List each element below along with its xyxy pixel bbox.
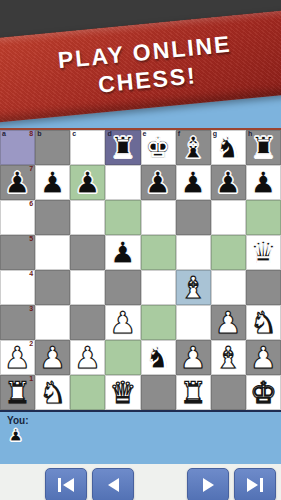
square-e3[interactable] [141, 305, 176, 340]
file-label-e: e [143, 130, 147, 138]
piece-black-pawn: ♟ [4, 166, 31, 200]
you-label: You: [7, 414, 281, 427]
piece-white-knight: ♞ [250, 306, 277, 340]
square-b1[interactable]: ♞ [35, 375, 70, 410]
rank-label-4: 4 [29, 270, 33, 278]
file-label-f: f [178, 130, 180, 138]
square-c3[interactable] [70, 305, 105, 340]
square-h2[interactable]: ♟ [246, 340, 281, 375]
piece-white-queen: ♛ [109, 376, 136, 410]
square-d7[interactable] [105, 165, 140, 200]
square-g4[interactable] [211, 270, 246, 305]
square-a4[interactable]: 4 [0, 270, 35, 305]
piece-white-king: ♚ [250, 376, 277, 410]
square-d3[interactable]: ♟ [105, 305, 140, 340]
square-f7[interactable]: ♟ [176, 165, 211, 200]
piece-white-pawn: ♟ [109, 306, 136, 340]
go-to-end-button[interactable] [234, 468, 276, 500]
square-d2[interactable] [105, 340, 140, 375]
nav-group-left [45, 468, 134, 500]
piece-black-knight: ♞ [145, 341, 172, 375]
square-b4[interactable] [35, 270, 70, 305]
file-label-c: c [72, 130, 76, 138]
square-b2[interactable]: ♟ [35, 340, 70, 375]
square-a2[interactable]: 2♟ [0, 340, 35, 375]
square-f8[interactable]: f♝ [176, 130, 211, 165]
piece-black-king: ♚ [145, 131, 172, 165]
navigation-controls [0, 464, 281, 500]
square-g1[interactable] [211, 375, 246, 410]
file-label-b: b [37, 130, 41, 138]
skip-to-start-icon [63, 478, 74, 492]
square-e7[interactable]: ♟ [141, 165, 176, 200]
square-d5[interactable]: ♟ [105, 235, 140, 270]
piece-black-knight: ♞ [215, 131, 242, 165]
skip-to-end-icon [260, 478, 263, 492]
file-label-a: a [2, 130, 6, 138]
square-e6[interactable] [141, 200, 176, 235]
piece-black-pawn: ♟ [250, 166, 277, 200]
square-g2[interactable]: ♝ [211, 340, 246, 375]
square-a3[interactable]: 3 [0, 305, 35, 340]
square-a1[interactable]: 1♜ [0, 375, 35, 410]
piece-white-knight: ♞ [39, 376, 66, 410]
step-back-button[interactable] [92, 468, 134, 500]
piece-white-bishop: ♝ [180, 271, 207, 305]
square-a5[interactable]: 5 [0, 235, 35, 270]
square-e5[interactable] [141, 235, 176, 270]
piece-white-pawn: ♟ [215, 306, 242, 340]
rank-label-7: 7 [29, 165, 33, 173]
square-c6[interactable] [70, 200, 105, 235]
square-d4[interactable] [105, 270, 140, 305]
square-h3[interactable]: ♞ [246, 305, 281, 340]
square-c4[interactable] [70, 270, 105, 305]
square-h7[interactable]: ♟ [246, 165, 281, 200]
square-e4[interactable] [141, 270, 176, 305]
square-g6[interactable] [211, 200, 246, 235]
square-c1[interactable] [70, 375, 105, 410]
square-d6[interactable] [105, 200, 140, 235]
piece-black-pawn: ♟ [109, 236, 136, 270]
square-a7[interactable]: 7♟ [0, 165, 35, 200]
piece-black-queen: ♛ [250, 236, 277, 270]
square-e1[interactable] [141, 375, 176, 410]
rank-label-1: 1 [29, 375, 33, 383]
piece-black-rook: ♜ [109, 131, 136, 165]
square-b6[interactable] [35, 200, 70, 235]
square-c8[interactable]: c [70, 130, 105, 165]
square-f4[interactable]: ♝ [176, 270, 211, 305]
square-a6[interactable]: 6 [0, 200, 35, 235]
square-d1[interactable]: ♛ [105, 375, 140, 410]
piece-white-pawn: ♟ [74, 341, 101, 375]
square-h6[interactable] [246, 200, 281, 235]
piece-white-pawn: ♟ [250, 341, 277, 375]
step-forward-button[interactable] [187, 468, 229, 500]
square-g5[interactable] [211, 235, 246, 270]
square-e8[interactable]: e♚ [141, 130, 176, 165]
square-b5[interactable] [35, 235, 70, 270]
piece-white-pawn: ♟ [180, 341, 207, 375]
piece-white-rook: ♜ [4, 376, 31, 410]
piece-black-pawn: ♟ [39, 166, 66, 200]
file-label-g: g [213, 130, 217, 138]
rank-label-5: 5 [29, 235, 33, 243]
chess-app-screen: PLAY ONLINE CHESS! a8bcd♜e♚f♝g♞h♜7♟♟♟♟♟♟… [0, 0, 281, 500]
go-to-start-button[interactable] [45, 468, 87, 500]
back-icon [108, 478, 119, 492]
square-c7[interactable]: ♟ [70, 165, 105, 200]
header: PLAY ONLINE CHESS! [0, 0, 281, 128]
square-d8[interactable]: d♜ [105, 130, 140, 165]
piece-black-pawn: ♟ [74, 166, 101, 200]
rank-label-3: 3 [29, 305, 33, 313]
piece-white-pawn: ♟ [39, 341, 66, 375]
chess-board: a8bcd♜e♚f♝g♞h♜7♟♟♟♟♟♟♟65♟♛4♝3♟♟♞2♟♟♟♞♟♝♟… [0, 128, 281, 412]
square-g7[interactable]: ♟ [211, 165, 246, 200]
square-f5[interactable] [176, 235, 211, 270]
square-f3[interactable] [176, 305, 211, 340]
skip-to-start-icon [58, 478, 61, 492]
piece-white-rook: ♜ [180, 376, 207, 410]
skip-to-end-icon [247, 478, 258, 492]
nav-group-right [187, 468, 276, 500]
square-b7[interactable]: ♟ [35, 165, 70, 200]
piece-black-pawn: ♟ [180, 166, 207, 200]
square-f6[interactable] [176, 200, 211, 235]
piece-black-bishop: ♝ [180, 131, 207, 165]
piece-black-pawn: ♟ [215, 166, 242, 200]
square-f2[interactable]: ♟ [176, 340, 211, 375]
square-f1[interactable]: ♜ [176, 375, 211, 410]
file-label-d: d [107, 130, 111, 138]
square-e2[interactable]: ♞ [141, 340, 176, 375]
rank-label-6: 6 [29, 200, 33, 208]
rank-label-8: 8 [29, 130, 33, 138]
square-a8[interactable]: a8 [0, 130, 35, 165]
square-g8[interactable]: g♞ [211, 130, 246, 165]
square-h5[interactable]: ♛ [246, 235, 281, 270]
square-b3[interactable] [35, 305, 70, 340]
footer: You: ♟ [0, 412, 281, 464]
square-c5[interactable] [70, 235, 105, 270]
piece-black-rook: ♜ [250, 131, 277, 165]
square-b8[interactable]: b [35, 130, 70, 165]
square-g3[interactable]: ♟ [211, 305, 246, 340]
square-h8[interactable]: h♜ [246, 130, 281, 165]
piece-white-pawn: ♟ [4, 341, 31, 375]
square-h1[interactable]: ♚ [246, 375, 281, 410]
file-label-h: h [248, 130, 252, 138]
piece-black-pawn: ♟ [145, 166, 172, 200]
you-side-pawn-icon: ♟ [8, 427, 281, 445]
square-h4[interactable] [246, 270, 281, 305]
forward-icon [203, 478, 214, 492]
square-c2[interactable]: ♟ [70, 340, 105, 375]
piece-white-bishop: ♝ [215, 341, 242, 375]
rank-label-2: 2 [29, 340, 33, 348]
